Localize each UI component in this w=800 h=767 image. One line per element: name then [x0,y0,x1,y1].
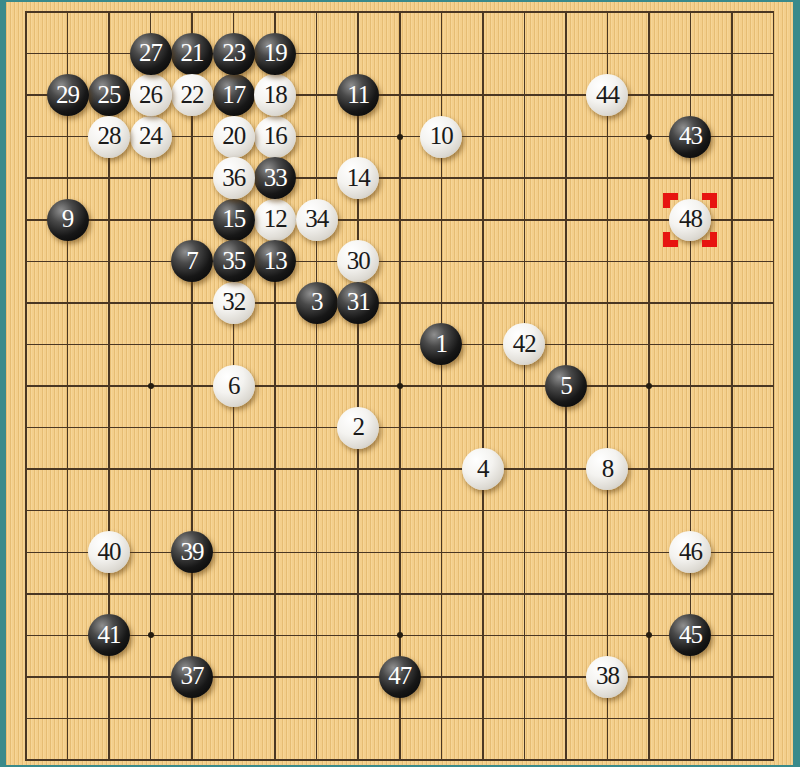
marker-corner [702,193,717,208]
move-number: 43 [679,123,702,148]
move-number: 28 [98,123,121,148]
stone-33-black: 33 [254,157,296,199]
stone-38-white: 38 [586,656,628,698]
stone-36-white: 36 [213,157,255,199]
move-number: 15 [222,206,245,231]
grid-line-horizontal [25,427,774,429]
move-number: 24 [139,123,162,148]
stone-42-white: 42 [503,323,545,365]
grid-line-vertical [731,11,733,761]
move-number: 7 [186,248,198,273]
move-number: 18 [264,82,287,107]
star-point [148,632,154,638]
stone-14-white: 14 [337,157,379,199]
star-point [397,134,403,140]
move-number: 33 [264,165,287,190]
stone-5-black: 5 [545,365,587,407]
move-number: 29 [56,82,79,107]
star-point [397,632,403,638]
move-number: 8 [602,456,614,481]
stone-3-black: 3 [296,282,338,324]
move-number: 38 [596,663,619,688]
move-number: 39 [181,539,204,564]
grid-line-horizontal [25,468,774,470]
star-point [397,383,403,389]
stone-10-white: 10 [420,116,462,158]
move-number: 47 [388,663,411,688]
move-number: 20 [222,123,245,148]
stone-16-white: 16 [254,116,296,158]
stone-25-black: 25 [88,74,130,116]
grid-line-vertical [524,11,526,761]
grid-line-horizontal [25,593,774,595]
stone-24-white: 24 [130,116,172,158]
move-number: 25 [98,82,121,107]
move-number: 26 [139,82,162,107]
stone-18-white: 18 [254,74,296,116]
stone-29-black: 29 [47,74,89,116]
move-number: 40 [98,539,121,564]
grid-line-horizontal [25,759,774,761]
grid-line-vertical [773,11,775,761]
move-number: 16 [264,123,287,148]
stone-44-white: 44 [586,74,628,116]
stone-43-black: 43 [669,116,711,158]
stone-27-black: 27 [130,33,172,75]
stone-15-black: 15 [213,199,255,241]
stone-47-black: 47 [379,656,421,698]
board-frame: 1234567891011121314151617181920212223242… [0,0,800,767]
move-number: 35 [222,248,245,273]
stone-39-black: 39 [171,531,213,573]
marker-corner [663,193,678,208]
move-number: 46 [679,539,702,564]
move-number: 45 [679,622,702,647]
move-number: 2 [352,414,364,439]
stone-35-black: 35 [213,240,255,282]
stone-2-white: 2 [337,407,379,449]
stone-7-black: 7 [171,240,213,282]
move-number: 42 [513,331,536,356]
move-number: 21 [181,40,204,65]
move-number: 19 [264,40,287,65]
grid-line-horizontal [25,510,774,512]
stone-21-black: 21 [171,33,213,75]
move-number: 36 [222,165,245,190]
grid-line-vertical [482,11,484,761]
grid-line-horizontal [25,718,774,720]
move-number: 9 [62,206,74,231]
move-number: 44 [596,82,619,107]
star-point [646,134,652,140]
move-number: 1 [436,331,448,356]
move-number: 31 [347,289,370,314]
stone-20-white: 20 [213,116,255,158]
move-number: 5 [560,373,572,398]
move-number: 34 [305,206,328,231]
move-number: 32 [222,289,245,314]
stone-26-white: 26 [130,74,172,116]
move-number: 4 [477,456,489,481]
marker-corner [702,232,717,247]
stone-40-white: 40 [88,531,130,573]
stone-19-black: 19 [254,33,296,75]
stone-12-white: 12 [254,199,296,241]
move-number: 23 [222,40,245,65]
last-move-marker [663,193,717,247]
move-number: 22 [181,82,204,107]
stone-1-black: 1 [420,323,462,365]
marker-corner [663,232,678,247]
stone-32-white: 32 [213,282,255,324]
stone-8-white: 8 [586,448,628,490]
stone-28-white: 28 [88,116,130,158]
stone-4-white: 4 [462,448,504,490]
stone-30-white: 30 [337,240,379,282]
stone-11-black: 11 [337,74,379,116]
move-number: 17 [222,82,245,107]
star-point [148,383,154,389]
move-number: 10 [430,123,453,148]
stone-41-black: 41 [88,614,130,656]
move-number: 37 [181,663,204,688]
stone-37-black: 37 [171,656,213,698]
move-number: 14 [347,165,370,190]
go-board[interactable]: 1234567891011121314151617181920212223242… [0,0,800,767]
stone-34-white: 34 [296,199,338,241]
stone-9-black: 9 [47,199,89,241]
move-number: 13 [264,248,287,273]
move-number: 3 [311,289,323,314]
grid-line-vertical [607,11,609,761]
grid-line-horizontal [25,552,774,554]
move-number: 6 [228,373,240,398]
stone-22-white: 22 [171,74,213,116]
stone-6-white: 6 [213,365,255,407]
stone-46-white: 46 [669,531,711,573]
star-point [646,632,652,638]
move-number: 12 [264,206,287,231]
stone-17-black: 17 [213,74,255,116]
move-number: 30 [347,248,370,273]
move-number: 27 [139,40,162,65]
stone-13-black: 13 [254,240,296,282]
stone-23-black: 23 [213,33,255,75]
move-number: 11 [347,82,369,107]
star-point [646,383,652,389]
move-number: 41 [98,622,121,647]
stone-31-black: 31 [337,282,379,324]
stone-45-black: 45 [669,614,711,656]
